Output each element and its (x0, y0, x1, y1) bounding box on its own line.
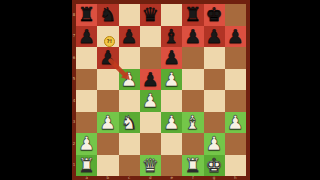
board-frame: ?! ♜♞♛♜♚♟♟♝♟♟♟♟♟♟♟♟♟♟♞♟♝♟♟♟♜♛♜♚ 87654321… (72, 0, 250, 180)
square-f4[interactable] (182, 90, 203, 112)
square-a6[interactable] (76, 47, 97, 69)
piece-white-bishop: ♝ (184, 113, 201, 132)
square-e2[interactable] (161, 133, 182, 155)
square-e5[interactable]: ♟ (161, 69, 182, 91)
square-b1[interactable] (97, 155, 118, 177)
square-h3[interactable]: ♟ (225, 112, 246, 134)
square-g8[interactable]: ♚ (204, 4, 225, 26)
file-label-e: e (161, 176, 182, 180)
rank-label-2: 2 (72, 133, 76, 155)
square-c8[interactable] (119, 4, 140, 26)
square-c7[interactable]: ♟ (119, 26, 140, 48)
piece-white-queen: ♛ (142, 156, 159, 175)
file-label-b: b (97, 176, 118, 180)
square-b5[interactable] (97, 69, 118, 91)
square-f2[interactable] (182, 133, 203, 155)
rank-label-1: 1 (72, 155, 76, 177)
piece-white-king: ♚ (206, 156, 223, 175)
square-h7[interactable]: ♟ (225, 26, 246, 48)
piece-black-pawn: ♟ (78, 27, 95, 46)
file-label-h: h (225, 176, 246, 180)
square-h4[interactable] (225, 90, 246, 112)
rank-label-7: 7 (72, 26, 76, 48)
video-frame: ?! ♜♞♛♜♚♟♟♝♟♟♟♟♟♟♟♟♟♟♞♟♝♟♟♟♜♛♜♚ 87654321… (0, 0, 320, 180)
piece-black-pawn: ♟ (206, 27, 223, 46)
square-a8[interactable]: ♜ (76, 4, 97, 26)
piece-white-pawn: ♟ (99, 113, 116, 132)
chess-board[interactable]: ?! ♜♞♛♜♚♟♟♝♟♟♟♟♟♟♟♟♟♟♞♟♝♟♟♟♜♛♜♚ (76, 4, 246, 176)
square-d5[interactable]: ♟ (140, 69, 161, 91)
piece-black-pawn: ♟ (163, 48, 180, 67)
square-b2[interactable] (97, 133, 118, 155)
piece-black-pawn: ♟ (227, 27, 244, 46)
letterbox-left (0, 0, 72, 180)
piece-black-bishop: ♝ (163, 27, 180, 46)
square-g7[interactable]: ♟ (204, 26, 225, 48)
square-f7[interactable]: ♟ (182, 26, 203, 48)
rank-label-3: 3 (72, 112, 76, 134)
rank-label-5: 5 (72, 69, 76, 91)
rank-label-4: 4 (72, 90, 76, 112)
square-d6[interactable] (140, 47, 161, 69)
square-h8[interactable] (225, 4, 246, 26)
letterbox-right (250, 0, 320, 180)
square-c1[interactable] (119, 155, 140, 177)
piece-white-knight: ♞ (121, 113, 138, 132)
rank-label-6: 6 (72, 47, 76, 69)
square-g2[interactable]: ♟ (204, 133, 225, 155)
square-c5[interactable]: ♟ (119, 69, 140, 91)
square-c2[interactable] (119, 133, 140, 155)
square-d1[interactable]: ♛ (140, 155, 161, 177)
square-e8[interactable] (161, 4, 182, 26)
square-f6[interactable] (182, 47, 203, 69)
square-d3[interactable] (140, 112, 161, 134)
square-g3[interactable] (204, 112, 225, 134)
square-a2[interactable]: ♟ (76, 133, 97, 155)
square-b6[interactable]: ♟ (97, 47, 118, 69)
square-c3[interactable]: ♞ (119, 112, 140, 134)
square-a1[interactable]: ♜ (76, 155, 97, 177)
square-e1[interactable] (161, 155, 182, 177)
square-a5[interactable] (76, 69, 97, 91)
piece-white-pawn: ♟ (121, 70, 138, 89)
square-a7[interactable]: ♟ (76, 26, 97, 48)
square-e7[interactable]: ♝ (161, 26, 182, 48)
square-h6[interactable] (225, 47, 246, 69)
square-g1[interactable]: ♚ (204, 155, 225, 177)
square-f5[interactable] (182, 69, 203, 91)
piece-white-pawn: ♟ (227, 113, 244, 132)
square-a4[interactable] (76, 90, 97, 112)
rank-label-8: 8 (72, 4, 76, 26)
file-label-c: c (119, 176, 140, 180)
square-a3[interactable] (76, 112, 97, 134)
piece-black-queen: ♛ (142, 5, 159, 24)
piece-black-king: ♚ (206, 5, 223, 24)
file-label-d: d (140, 176, 161, 180)
piece-white-rook: ♜ (184, 156, 201, 175)
square-d4[interactable]: ♟ (140, 90, 161, 112)
piece-black-pawn: ♟ (121, 27, 138, 46)
piece-black-rook: ♜ (78, 5, 95, 24)
square-b3[interactable]: ♟ (97, 112, 118, 134)
square-b4[interactable] (97, 90, 118, 112)
piece-white-pawn: ♟ (206, 134, 223, 153)
square-h2[interactable] (225, 133, 246, 155)
square-g6[interactable] (204, 47, 225, 69)
square-c6[interactable] (119, 47, 140, 69)
square-d8[interactable]: ♛ (140, 4, 161, 26)
square-g4[interactable] (204, 90, 225, 112)
square-e4[interactable] (161, 90, 182, 112)
square-d2[interactable] (140, 133, 161, 155)
square-f3[interactable]: ♝ (182, 112, 203, 134)
square-h1[interactable] (225, 155, 246, 177)
piece-black-pawn: ♟ (184, 27, 201, 46)
square-f1[interactable]: ♜ (182, 155, 203, 177)
piece-white-pawn: ♟ (78, 134, 95, 153)
file-label-a: a (76, 176, 97, 180)
file-label-f: f (182, 176, 203, 180)
square-b8[interactable]: ♞ (97, 4, 118, 26)
square-f8[interactable]: ♜ (182, 4, 203, 26)
square-c4[interactable] (119, 90, 140, 112)
piece-white-pawn: ♟ (163, 70, 180, 89)
piece-white-pawn: ♟ (163, 113, 180, 132)
piece-black-pawn: ♟ (142, 70, 159, 89)
square-e3[interactable]: ♟ (161, 112, 182, 134)
piece-black-pawn: ♟ (99, 48, 116, 67)
square-h5[interactable] (225, 69, 246, 91)
piece-white-rook: ♜ (78, 156, 95, 175)
square-g5[interactable] (204, 69, 225, 91)
file-label-g: g (204, 176, 225, 180)
square-d7[interactable] (140, 26, 161, 48)
piece-white-pawn: ♟ (142, 91, 159, 110)
square-e6[interactable]: ♟ (161, 47, 182, 69)
piece-black-rook: ♜ (184, 5, 201, 24)
piece-black-knight: ♞ (99, 5, 116, 24)
